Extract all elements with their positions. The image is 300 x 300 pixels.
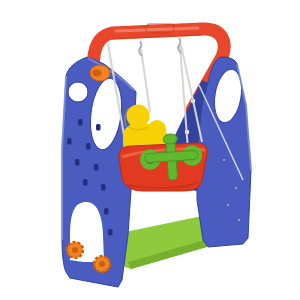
left-panel-circle-cutout	[68, 82, 88, 102]
swing-set-illustration	[0, 0, 300, 300]
flower-knob-upper	[67, 242, 83, 258]
flower-knob-lower	[94, 256, 110, 272]
top-connector-knob	[90, 65, 110, 81]
product-photo-canvas	[0, 0, 300, 300]
guard-post-cap	[163, 134, 178, 145]
